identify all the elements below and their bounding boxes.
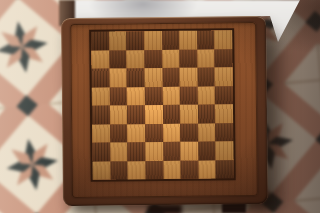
square-e5: [162, 86, 180, 105]
square-a1: [93, 161, 111, 180]
square-h4: [215, 104, 233, 123]
square-b5: [109, 87, 127, 106]
square-d7: [144, 50, 162, 69]
scene-photo: [0, 0, 320, 213]
square-h7: [215, 49, 233, 68]
square-b3: [110, 124, 128, 143]
square-d4: [145, 105, 163, 124]
square-a7: [91, 50, 109, 69]
square-d6: [144, 68, 162, 87]
square-f5: [180, 86, 198, 105]
square-e7: [162, 49, 180, 68]
square-e6: [162, 68, 180, 87]
chessboard: [91, 30, 234, 179]
square-c3: [127, 124, 145, 143]
square-b2: [110, 142, 128, 161]
square-g4: [198, 104, 216, 123]
square-g1: [198, 160, 216, 179]
square-a4: [92, 106, 110, 125]
square-c4: [127, 105, 145, 124]
square-h1: [216, 160, 234, 179]
chess-table: [61, 16, 268, 206]
square-f1: [181, 160, 199, 179]
square-d1: [145, 161, 163, 180]
table-leg: [148, 205, 182, 213]
square-c1: [128, 161, 146, 180]
square-g6: [197, 67, 215, 86]
square-c8: [126, 31, 144, 50]
square-b7: [109, 50, 127, 69]
square-b4: [110, 105, 128, 124]
square-e3: [163, 123, 181, 142]
square-g7: [197, 49, 215, 68]
square-b1: [110, 161, 128, 180]
square-f4: [180, 105, 198, 124]
square-c5: [127, 87, 145, 106]
square-c7: [127, 50, 145, 69]
square-e8: [162, 31, 180, 50]
square-a8: [91, 32, 109, 51]
square-c6: [127, 68, 145, 87]
square-e2: [163, 142, 181, 161]
square-d2: [145, 142, 163, 161]
square-e1: [163, 160, 181, 179]
square-h2: [216, 141, 234, 160]
square-h5: [215, 86, 233, 105]
square-g8: [197, 30, 215, 49]
square-b6: [109, 68, 127, 87]
square-d8: [144, 31, 162, 50]
square-a5: [92, 87, 110, 106]
square-g3: [198, 123, 216, 142]
square-d5: [145, 87, 163, 106]
square-f7: [179, 49, 197, 68]
square-a3: [92, 124, 110, 143]
square-h3: [216, 123, 234, 142]
square-h8: [215, 30, 233, 49]
square-f8: [179, 31, 197, 50]
square-f6: [180, 68, 198, 87]
square-d3: [145, 124, 163, 143]
square-g2: [198, 141, 216, 160]
square-a2: [92, 143, 110, 162]
square-e4: [162, 105, 180, 124]
square-f3: [180, 123, 198, 142]
square-h6: [215, 67, 233, 86]
square-f2: [180, 142, 198, 161]
square-a6: [92, 69, 110, 88]
square-g5: [197, 86, 215, 105]
square-b8: [109, 31, 127, 50]
square-c2: [128, 142, 146, 161]
wood-frame-border: [70, 22, 258, 198]
